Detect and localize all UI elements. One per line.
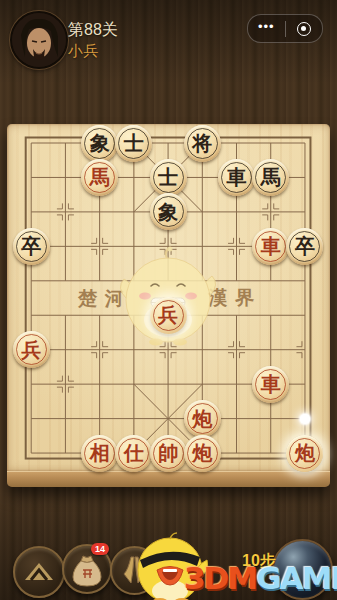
- exit-target-button[interactable]: [286, 15, 323, 42]
- piece-label: 馬: [261, 167, 281, 187]
- piece-red[interactable]: 仕: [115, 435, 152, 472]
- piece-red[interactable]: 炮: [184, 400, 221, 437]
- piece-red[interactable]: 相: [81, 435, 118, 472]
- move-indicator-dot[interactable]: [300, 414, 310, 424]
- piece-label: 炮: [192, 409, 212, 429]
- piece-label: 炮: [295, 443, 315, 463]
- piece-label: 卒: [21, 236, 41, 256]
- piece-label: 車: [261, 236, 281, 256]
- piece-red[interactable]: 炮: [184, 435, 221, 472]
- piece-label: 象: [90, 133, 110, 153]
- piece-red[interactable]: 帥: [150, 435, 187, 472]
- piece-black[interactable]: 象: [150, 193, 187, 230]
- piece-label: 兵: [21, 340, 41, 360]
- piece-black[interactable]: 士: [115, 125, 152, 162]
- target-icon: [297, 22, 311, 36]
- chevron-up-icon: [15, 548, 63, 596]
- piece-label: 将: [192, 133, 212, 153]
- piece-label: 仕: [124, 443, 144, 463]
- avatar-face-image: [12, 13, 66, 67]
- orb-button[interactable]: [272, 539, 333, 600]
- tip-count-badge: 14: [91, 543, 109, 555]
- piece-label: 象: [158, 202, 178, 222]
- piece-label: 車: [261, 374, 281, 394]
- piece-red[interactable]: 兵: [150, 297, 187, 334]
- piece-label: 士: [124, 133, 144, 153]
- piece-red[interactable]: 馬: [81, 159, 118, 196]
- miniprogram-capsule: •••: [247, 14, 323, 43]
- board-front-edge: [7, 471, 330, 487]
- piece-red[interactable]: 車: [252, 228, 289, 265]
- player-rank: 小兵: [68, 42, 98, 61]
- piece-label: 卒: [295, 236, 315, 256]
- steps-counter: 10步: [242, 551, 276, 572]
- piece-black[interactable]: 象: [81, 125, 118, 162]
- watermark-duck-icon: [130, 532, 210, 600]
- expand-menu-button[interactable]: [13, 546, 65, 598]
- piece-black[interactable]: 卒: [13, 228, 50, 265]
- piece-label: 士: [158, 167, 178, 187]
- piece-label: 炮: [192, 443, 212, 463]
- piece-label: 相: [90, 443, 110, 463]
- piece-label: 車: [227, 167, 247, 187]
- more-options-button[interactable]: •••: [248, 15, 285, 42]
- piece-red[interactable]: 炮: [286, 435, 323, 472]
- piece-label: 帥: [158, 443, 178, 463]
- player-avatar[interactable]: [10, 11, 68, 69]
- piece-black[interactable]: 馬: [252, 159, 289, 196]
- piece-label: 兵: [158, 305, 178, 325]
- xiangqi-puzzle-screen: { "header": { "level": "第88关", "rank": "…: [0, 0, 337, 600]
- piece-black[interactable]: 将: [184, 125, 221, 162]
- piece-label: 馬: [90, 167, 110, 187]
- piece-red[interactable]: 兵: [13, 331, 50, 368]
- piece-red[interactable]: 車: [252, 366, 289, 403]
- level-title: 第88关: [68, 20, 118, 41]
- piece-black[interactable]: 車: [218, 159, 255, 196]
- piece-black[interactable]: 士: [150, 159, 187, 196]
